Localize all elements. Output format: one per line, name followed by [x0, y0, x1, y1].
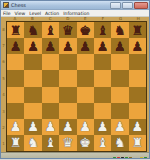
square-g4[interactable] — [111, 87, 128, 103]
piece-white-pawn[interactable]: ♟ — [27, 120, 39, 133]
menu-item-view[interactable]: View — [15, 11, 26, 16]
square-h6[interactable] — [129, 54, 146, 70]
square-f3[interactable] — [94, 103, 111, 119]
square-e4[interactable] — [77, 87, 94, 103]
square-a4[interactable] — [7, 87, 24, 103]
square-f7[interactable]: ♟ — [94, 38, 111, 54]
square-g5[interactable] — [111, 70, 128, 86]
square-f8[interactable]: ♝ — [94, 22, 111, 38]
square-e2[interactable]: ♟ — [77, 119, 94, 135]
square-e5[interactable] — [77, 70, 94, 86]
maximize-button[interactable] — [122, 2, 133, 9]
square-b4[interactable] — [24, 87, 41, 103]
piece-black-pawn[interactable]: ♟ — [114, 39, 126, 52]
piece-white-pawn[interactable]: ♟ — [10, 120, 22, 133]
window-title: Chess — [11, 2, 110, 8]
square-a7[interactable]: ♟ — [7, 38, 24, 54]
piece-white-pawn[interactable]: ♟ — [114, 120, 126, 133]
piece-black-knight[interactable]: ♞ — [27, 23, 39, 36]
square-b6[interactable] — [24, 54, 41, 70]
menu-item-level[interactable]: Level — [29, 11, 41, 16]
square-c2[interactable]: ♟ — [42, 119, 59, 135]
square-b8[interactable]: ♞ — [24, 22, 41, 38]
square-b7[interactable]: ♟ — [24, 38, 41, 54]
square-h3[interactable] — [129, 103, 146, 119]
menu-item-information[interactable]: Information — [63, 11, 89, 16]
square-h4[interactable] — [129, 87, 146, 103]
square-c7[interactable]: ♟ — [42, 38, 59, 54]
menu-bar: FileViewLevelActionInformation — [1, 10, 149, 17]
title-bar: Chess — [1, 1, 149, 10]
piece-black-knight[interactable]: ♞ — [114, 23, 126, 36]
square-e3[interactable] — [77, 103, 94, 119]
square-a6[interactable] — [7, 54, 24, 70]
square-g8[interactable]: ♞ — [111, 22, 128, 38]
status-icon-1 — [113, 157, 116, 160]
square-a3[interactable] — [7, 103, 24, 119]
square-f4[interactable] — [94, 87, 111, 103]
piece-black-pawn[interactable]: ♟ — [10, 39, 22, 52]
square-d6[interactable] — [59, 54, 76, 70]
close-button[interactable] — [134, 2, 148, 9]
piece-white-knight[interactable]: ♞ — [114, 136, 126, 149]
square-b1[interactable]: ♞ — [24, 135, 41, 151]
piece-white-pawn[interactable]: ♟ — [62, 120, 74, 133]
square-b5[interactable] — [24, 70, 41, 86]
square-h8[interactable]: ♜ — [129, 22, 146, 38]
app-icon — [3, 2, 9, 8]
piece-black-bishop[interactable]: ♝ — [97, 23, 109, 36]
square-g7[interactable]: ♟ — [111, 38, 128, 54]
piece-white-pawn[interactable]: ♟ — [97, 120, 109, 133]
piece-white-king[interactable]: ♚ — [79, 136, 91, 149]
square-h1[interactable]: ♜ — [129, 135, 146, 151]
piece-white-pawn[interactable]: ♟ — [131, 120, 143, 133]
window-controls — [110, 2, 148, 9]
square-e7[interactable]: ♟ — [77, 38, 94, 54]
square-a1[interactable]: ♜ — [7, 135, 24, 151]
status-icon-5 — [129, 157, 132, 160]
piece-black-pawn[interactable]: ♟ — [131, 39, 143, 52]
square-f1[interactable]: ♝ — [94, 135, 111, 151]
status-right-icon-2 — [144, 157, 147, 160]
square-c6[interactable] — [42, 54, 59, 70]
square-h5[interactable] — [129, 70, 146, 86]
square-a8[interactable]: ♜ — [7, 22, 24, 38]
piece-black-pawn[interactable]: ♟ — [97, 39, 109, 52]
status-icon-4 — [125, 157, 128, 160]
menu-item-action[interactable]: Action — [45, 11, 59, 16]
square-a2[interactable]: ♟ — [7, 119, 24, 135]
board-frame: ABCDEFGH 87654321 ♜♞♝♛♚♝♞♜♟♟♟♟♟♟♟♟♟♟♟♟♟♟… — [1, 17, 150, 152]
square-d7[interactable]: ♟ — [59, 38, 76, 54]
square-c8[interactable]: ♝ — [42, 22, 59, 38]
piece-white-bishop[interactable]: ♝ — [45, 136, 57, 149]
piece-white-pawn[interactable]: ♟ — [45, 120, 57, 133]
piece-black-pawn[interactable]: ♟ — [27, 39, 39, 52]
square-d2[interactable]: ♟ — [59, 119, 76, 135]
piece-black-queen[interactable]: ♛ — [62, 23, 74, 36]
status-icon-2 — [117, 157, 120, 160]
square-d5[interactable] — [59, 70, 76, 86]
piece-black-rook[interactable]: ♜ — [131, 23, 143, 36]
square-d1[interactable]: ♛ — [59, 135, 76, 151]
piece-white-rook[interactable]: ♜ — [10, 136, 22, 149]
piece-black-rook[interactable]: ♜ — [10, 23, 22, 36]
square-e6[interactable] — [77, 54, 94, 70]
chess-board: ♜♞♝♛♚♝♞♜♟♟♟♟♟♟♟♟♟♟♟♟♟♟♟♟♜♞♝♛♚♝♞♜ — [6, 21, 147, 152]
status-icon-3 — [121, 157, 124, 160]
status-right-icon-1 — [140, 157, 143, 160]
status-divider — [133, 158, 139, 159]
square-d4[interactable] — [59, 87, 76, 103]
piece-black-pawn[interactable]: ♟ — [45, 39, 57, 52]
minimize-button[interactable] — [110, 2, 121, 9]
square-f5[interactable] — [94, 70, 111, 86]
square-d3[interactable] — [59, 103, 76, 119]
square-a5[interactable] — [7, 70, 24, 86]
piece-white-rook[interactable]: ♜ — [131, 136, 143, 149]
square-c1[interactable]: ♝ — [42, 135, 59, 151]
piece-white-knight[interactable]: ♞ — [27, 136, 39, 149]
piece-white-pawn[interactable]: ♟ — [79, 120, 91, 133]
piece-black-king[interactable]: ♚ — [79, 23, 91, 36]
piece-black-bishop[interactable]: ♝ — [45, 23, 57, 36]
piece-white-queen[interactable]: ♛ — [62, 136, 74, 149]
square-h7[interactable]: ♟ — [129, 38, 146, 54]
status-bar — [1, 152, 149, 159]
square-g6[interactable] — [111, 54, 128, 70]
piece-black-pawn[interactable]: ♟ — [62, 39, 74, 52]
square-f2[interactable]: ♟ — [94, 119, 111, 135]
square-g3[interactable] — [111, 103, 128, 119]
square-c4[interactable] — [42, 87, 59, 103]
piece-white-bishop[interactable]: ♝ — [97, 136, 109, 149]
square-e8[interactable]: ♚ — [77, 22, 94, 38]
square-b2[interactable]: ♟ — [24, 119, 41, 135]
square-f6[interactable] — [94, 54, 111, 70]
chess-app-window: Chess FileViewLevelActionInformation ABC… — [0, 0, 150, 159]
square-d8[interactable]: ♛ — [59, 22, 76, 38]
square-g2[interactable]: ♟ — [111, 119, 128, 135]
square-c3[interactable] — [42, 103, 59, 119]
menu-item-file[interactable]: File — [3, 11, 11, 16]
square-g1[interactable]: ♞ — [111, 135, 128, 151]
square-b3[interactable] — [24, 103, 41, 119]
square-h2[interactable]: ♟ — [129, 119, 146, 135]
piece-black-pawn[interactable]: ♟ — [79, 39, 91, 52]
square-e1[interactable]: ♚ — [77, 135, 94, 151]
square-c5[interactable] — [42, 70, 59, 86]
